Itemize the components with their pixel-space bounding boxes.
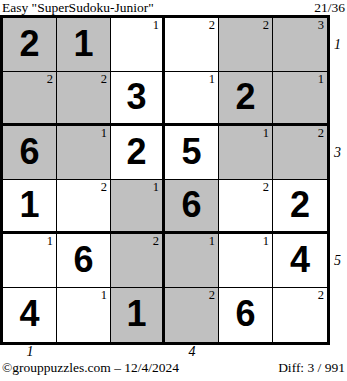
corner-clue: 2 bbox=[47, 72, 53, 86]
given-digit: 1 bbox=[73, 26, 93, 62]
cell-r5c6[interactable]: 4 bbox=[273, 234, 327, 288]
corner-clue: 1 bbox=[318, 72, 324, 86]
board-area: 211223223121612512121622162114411262 135 bbox=[0, 15, 347, 345]
cell-r1c4[interactable]: 2 bbox=[165, 18, 219, 72]
corner-clue: 2 bbox=[263, 180, 269, 194]
corner-clue: 2 bbox=[209, 288, 215, 302]
corner-clue: 3 bbox=[318, 18, 324, 32]
cell-r1c5[interactable]: 2 bbox=[219, 18, 273, 72]
corner-clue: 1 bbox=[101, 288, 107, 302]
cell-r3c1[interactable]: 6 bbox=[3, 126, 57, 180]
cell-r2c5[interactable]: 2 bbox=[219, 72, 273, 126]
cell-r4c1[interactable]: 1 bbox=[3, 180, 57, 234]
column-coordinate-labels: 14 bbox=[0, 345, 347, 359]
cell-r3c2[interactable]: 1 bbox=[57, 126, 111, 180]
cell-r1c3[interactable]: 1 bbox=[111, 18, 165, 72]
cell-r3c3[interactable]: 2 bbox=[111, 126, 165, 180]
given-digit: 2 bbox=[19, 26, 39, 62]
corner-clue: 2 bbox=[101, 180, 107, 194]
cell-r1c2[interactable]: 1 bbox=[57, 18, 111, 72]
given-digit: 4 bbox=[19, 296, 39, 332]
cell-r4c4[interactable]: 6 bbox=[165, 180, 219, 234]
cell-r5c1[interactable]: 1 bbox=[3, 234, 57, 288]
page-title: Easy "SuperSudoku-Junior" bbox=[2, 0, 154, 15]
cell-r6c6[interactable]: 2 bbox=[273, 288, 327, 342]
cell-r5c3[interactable]: 2 bbox=[111, 234, 165, 288]
cell-r2c4[interactable]: 1 bbox=[165, 72, 219, 126]
header-bar: Easy "SuperSudoku-Junior" 21/36 bbox=[0, 0, 347, 15]
clue-counter: 21/36 bbox=[314, 0, 345, 15]
cell-r4c3[interactable]: 1 bbox=[111, 180, 165, 234]
cell-r1c6[interactable]: 3 bbox=[273, 18, 327, 72]
col-label-1: 1 bbox=[20, 345, 40, 359]
cell-r4c6[interactable]: 2 bbox=[273, 180, 327, 234]
given-digit: 2 bbox=[235, 79, 255, 115]
cell-r5c5[interactable]: 1 bbox=[219, 234, 273, 288]
cell-r4c5[interactable]: 2 bbox=[219, 180, 273, 234]
cell-r2c3[interactable]: 3 bbox=[111, 72, 165, 126]
col-label-4: 4 bbox=[182, 345, 202, 359]
corner-clue: 1 bbox=[101, 126, 107, 140]
given-digit: 6 bbox=[73, 242, 93, 278]
corner-clue: 1 bbox=[47, 234, 53, 248]
cell-r3c4[interactable]: 5 bbox=[165, 126, 219, 180]
cell-r1c1[interactable]: 2 bbox=[3, 18, 57, 72]
row-label-5: 5 bbox=[334, 252, 346, 270]
cell-r6c5[interactable]: 6 bbox=[219, 288, 273, 342]
given-digit: 1 bbox=[19, 187, 39, 223]
cell-r2c1[interactable]: 2 bbox=[3, 72, 57, 126]
given-digit: 2 bbox=[126, 134, 146, 170]
corner-clue: 2 bbox=[263, 18, 269, 32]
cell-r6c2[interactable]: 1 bbox=[57, 288, 111, 342]
corner-clue: 1 bbox=[209, 234, 215, 248]
corner-clue: 2 bbox=[209, 18, 215, 32]
cell-r6c3[interactable]: 1 bbox=[111, 288, 165, 342]
given-digit: 6 bbox=[19, 134, 39, 170]
cell-r5c2[interactable]: 6 bbox=[57, 234, 111, 288]
corner-clue: 2 bbox=[101, 72, 107, 86]
corner-clue: 1 bbox=[209, 72, 215, 86]
difficulty-text: Diff: 3 / 991 bbox=[278, 360, 345, 376]
cell-r3c5[interactable]: 1 bbox=[219, 126, 273, 180]
cell-r6c1[interactable]: 4 bbox=[3, 288, 57, 342]
footer-bar: ©grouppuzzles.com – 12/4/2024 Diff: 3 / … bbox=[0, 360, 347, 376]
copyright-text: ©grouppuzzles.com – 12/4/2024 bbox=[2, 360, 179, 376]
given-digit: 1 bbox=[126, 296, 146, 332]
corner-clue: 2 bbox=[318, 288, 324, 302]
given-digit: 4 bbox=[290, 242, 310, 278]
given-digit: 5 bbox=[181, 134, 201, 170]
corner-clue: 1 bbox=[153, 180, 159, 194]
cell-r4c2[interactable]: 2 bbox=[57, 180, 111, 234]
cell-r2c2[interactable]: 2 bbox=[57, 72, 111, 126]
cell-r6c4[interactable]: 2 bbox=[165, 288, 219, 342]
cell-r2c6[interactable]: 1 bbox=[273, 72, 327, 126]
cell-r5c4[interactable]: 1 bbox=[165, 234, 219, 288]
cell-r3c6[interactable]: 2 bbox=[273, 126, 327, 180]
row-label-1: 1 bbox=[334, 36, 346, 54]
corner-clue: 1 bbox=[263, 234, 269, 248]
sudoku-grid: 211223223121612512121622162114411262 bbox=[0, 15, 330, 345]
corner-clue: 2 bbox=[153, 234, 159, 248]
given-digit: 6 bbox=[235, 296, 255, 332]
given-digit: 3 bbox=[126, 79, 146, 115]
row-label-3: 3 bbox=[334, 144, 346, 162]
given-digit: 6 bbox=[181, 187, 201, 223]
corner-clue: 1 bbox=[153, 18, 159, 32]
corner-clue: 2 bbox=[318, 126, 324, 140]
corner-clue: 1 bbox=[263, 126, 269, 140]
given-digit: 2 bbox=[290, 187, 310, 223]
